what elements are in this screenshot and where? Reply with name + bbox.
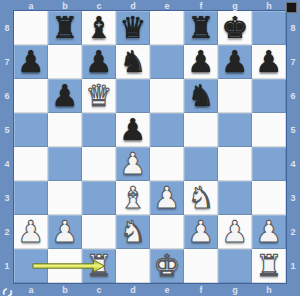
white-knight-f3[interactable]: ♞ <box>184 181 218 215</box>
white-rook-c1[interactable]: ♜ <box>82 249 116 283</box>
chess-diagram: abcdefgh abcdefgh 87654321 87654321 ♜♝♛♜… <box>0 0 300 296</box>
black-pawn-c7[interactable]: ♟ <box>82 45 116 79</box>
flip-board-icon[interactable] <box>2 284 13 295</box>
file-label-g: g <box>218 283 252 296</box>
square-a1[interactable] <box>14 249 48 283</box>
white-pawn-d4[interactable]: ♟ <box>116 147 150 181</box>
square-c8[interactable]: ♝ <box>82 11 116 45</box>
black-bishop-c8[interactable]: ♝ <box>82 11 116 45</box>
file-label-a: a <box>14 0 48 11</box>
file-label-f: f <box>184 283 218 296</box>
black-rook-f8[interactable]: ♜ <box>184 11 218 45</box>
square-b5[interactable] <box>48 113 82 147</box>
square-d7[interactable]: ♞ <box>116 45 150 79</box>
black-pawn-f7[interactable]: ♟ <box>184 45 218 79</box>
rank-label-3: 3 <box>0 181 14 215</box>
square-b2[interactable]: ♟ <box>48 215 82 249</box>
square-a3[interactable] <box>14 181 48 215</box>
file-labels-bottom: abcdefgh <box>14 283 286 296</box>
rank-label-3: 3 <box>286 181 300 215</box>
file-label-e: e <box>150 0 184 11</box>
square-a4[interactable] <box>14 147 48 181</box>
white-pawn-b2[interactable]: ♟ <box>48 215 82 249</box>
file-label-h: h <box>252 0 286 11</box>
rank-label-5: 5 <box>286 113 300 147</box>
square-c4[interactable] <box>82 147 116 181</box>
white-rook-h1[interactable]: ♜ <box>252 249 286 283</box>
black-king-g8[interactable]: ♚ <box>218 11 252 45</box>
square-h7[interactable]: ♟ <box>252 45 286 79</box>
square-h4[interactable] <box>252 147 286 181</box>
square-g4[interactable] <box>218 147 252 181</box>
black-to-move-indicator-icon <box>286 2 297 13</box>
square-e5[interactable] <box>150 113 184 147</box>
rank-label-1: 1 <box>0 249 14 283</box>
square-h3[interactable] <box>252 181 286 215</box>
square-c5[interactable] <box>82 113 116 147</box>
square-c7[interactable]: ♟ <box>82 45 116 79</box>
white-pawn-e3[interactable]: ♟ <box>150 181 184 215</box>
square-e7[interactable] <box>150 45 184 79</box>
chess-board: ♜♝♛♜♚♟♟♞♟♟♟♟♛♞♟♟♝♟♞♟♟♞♟♟♟♜♚♜ <box>14 11 286 283</box>
square-e3[interactable]: ♟ <box>150 181 184 215</box>
black-pawn-d5[interactable]: ♟ <box>116 113 150 147</box>
white-knight-d2[interactable]: ♞ <box>116 215 150 249</box>
white-queen-c6[interactable]: ♛ <box>82 79 116 113</box>
black-queen-d8[interactable]: ♛ <box>116 11 150 45</box>
square-a6[interactable] <box>14 79 48 113</box>
square-a5[interactable] <box>14 113 48 147</box>
rank-label-6: 6 <box>0 79 14 113</box>
square-d6[interactable] <box>116 79 150 113</box>
white-pawn-h2[interactable]: ♟ <box>252 215 286 249</box>
square-a2[interactable]: ♟ <box>14 215 48 249</box>
black-pawn-h7[interactable]: ♟ <box>252 45 286 79</box>
square-f8[interactable]: ♜ <box>184 11 218 45</box>
white-pawn-g2[interactable]: ♟ <box>218 215 252 249</box>
square-e2[interactable] <box>150 215 184 249</box>
square-g6[interactable] <box>218 79 252 113</box>
rank-label-7: 7 <box>0 45 14 79</box>
file-label-c: c <box>82 283 116 296</box>
square-f5[interactable] <box>184 113 218 147</box>
black-knight-d7[interactable]: ♞ <box>116 45 150 79</box>
rank-label-8: 8 <box>0 11 14 45</box>
file-label-a: a <box>14 283 48 296</box>
square-e8[interactable] <box>150 11 184 45</box>
square-h8[interactable] <box>252 11 286 45</box>
rank-label-4: 4 <box>0 147 14 181</box>
square-g2[interactable]: ♟ <box>218 215 252 249</box>
square-d4[interactable]: ♟ <box>116 147 150 181</box>
rank-label-2: 2 <box>286 215 300 249</box>
white-king-e1[interactable]: ♚ <box>150 249 184 283</box>
square-g3[interactable] <box>218 181 252 215</box>
square-e6[interactable] <box>150 79 184 113</box>
square-b3[interactable] <box>48 181 82 215</box>
white-pawn-a2[interactable]: ♟ <box>14 215 48 249</box>
square-b6[interactable]: ♟ <box>48 79 82 113</box>
rank-label-5: 5 <box>0 113 14 147</box>
square-h6[interactable] <box>252 79 286 113</box>
square-c1[interactable]: ♜ <box>82 249 116 283</box>
rank-label-4: 4 <box>286 147 300 181</box>
square-f3[interactable]: ♞ <box>184 181 218 215</box>
square-c6[interactable]: ♛ <box>82 79 116 113</box>
square-a8[interactable] <box>14 11 48 45</box>
square-d5[interactable]: ♟ <box>116 113 150 147</box>
rank-labels-right: 87654321 <box>286 11 300 283</box>
square-f2[interactable]: ♟ <box>184 215 218 249</box>
square-f6[interactable]: ♞ <box>184 79 218 113</box>
black-pawn-a7[interactable]: ♟ <box>14 45 48 79</box>
black-knight-f6[interactable]: ♞ <box>184 79 218 113</box>
white-bishop-d3[interactable]: ♝ <box>116 181 150 215</box>
rank-label-2: 2 <box>0 215 14 249</box>
square-b1[interactable] <box>48 249 82 283</box>
square-h2[interactable]: ♟ <box>252 215 286 249</box>
square-g8[interactable]: ♚ <box>218 11 252 45</box>
file-label-b: b <box>48 283 82 296</box>
square-d2[interactable]: ♞ <box>116 215 150 249</box>
square-h1[interactable]: ♜ <box>252 249 286 283</box>
square-a7[interactable]: ♟ <box>14 45 48 79</box>
square-d1[interactable] <box>116 249 150 283</box>
black-pawn-g7[interactable]: ♟ <box>218 45 252 79</box>
rank-label-8: 8 <box>286 11 300 45</box>
square-f1[interactable] <box>184 249 218 283</box>
file-label-h: h <box>252 283 286 296</box>
black-pawn-b6[interactable]: ♟ <box>48 79 82 113</box>
square-c3[interactable] <box>82 181 116 215</box>
square-b8[interactable]: ♜ <box>48 11 82 45</box>
square-f4[interactable] <box>184 147 218 181</box>
file-label-e: e <box>150 283 184 296</box>
square-e1[interactable]: ♚ <box>150 249 184 283</box>
square-d8[interactable]: ♛ <box>116 11 150 45</box>
square-c2[interactable] <box>82 215 116 249</box>
white-pawn-f2[interactable]: ♟ <box>184 215 218 249</box>
square-g1[interactable] <box>218 249 252 283</box>
square-f7[interactable]: ♟ <box>184 45 218 79</box>
square-g5[interactable] <box>218 113 252 147</box>
square-b4[interactable] <box>48 147 82 181</box>
file-label-d: d <box>116 283 150 296</box>
rank-label-6: 6 <box>286 79 300 113</box>
black-rook-b8[interactable]: ♜ <box>48 11 82 45</box>
rank-label-7: 7 <box>286 45 300 79</box>
square-b7[interactable] <box>48 45 82 79</box>
square-e4[interactable] <box>150 147 184 181</box>
square-h5[interactable] <box>252 113 286 147</box>
rank-label-1: 1 <box>286 249 300 283</box>
square-g7[interactable]: ♟ <box>218 45 252 79</box>
square-d3[interactable]: ♝ <box>116 181 150 215</box>
rank-labels-left: 87654321 <box>0 11 14 283</box>
